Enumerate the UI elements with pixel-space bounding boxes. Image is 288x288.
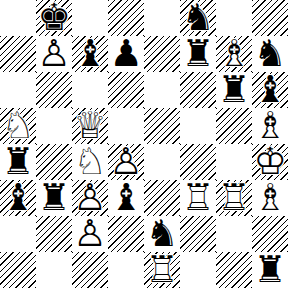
piece-glyph: ♞ — [144, 216, 180, 252]
piece-black-knight-f8[interactable]: ♞ — [180, 0, 216, 36]
piece-black-bishop-h6[interactable]: ♝ — [252, 72, 288, 108]
square-c8[interactable] — [72, 0, 108, 36]
piece-black-rook-a4[interactable]: ♜ — [0, 144, 36, 180]
square-f3[interactable]: ♜♖ — [180, 180, 216, 216]
square-g5[interactable] — [216, 108, 252, 144]
piece-glyph: ♝ — [108, 180, 144, 216]
square-d2[interactable] — [108, 216, 144, 252]
square-a3[interactable]: ♝ — [0, 180, 36, 216]
square-h6[interactable]: ♝ — [252, 72, 288, 108]
square-b1[interactable] — [36, 252, 72, 288]
square-g1[interactable] — [216, 252, 252, 288]
square-d7[interactable]: ♟ — [108, 36, 144, 72]
square-b4[interactable] — [36, 144, 72, 180]
square-a5[interactable]: ♞♘ — [0, 108, 36, 144]
chess-board: ♚♞♟♙♝♟♜♝♗♞♜♝♞♘♛♕♝♗♜♞♘♟♙♚♔♝♜♟♙♝♜♖♜♖♝♗♟♙♞♜… — [0, 0, 288, 288]
piece-black-knight-e2[interactable]: ♞ — [144, 216, 180, 252]
square-c2[interactable]: ♟♙ — [72, 216, 108, 252]
piece-black-bishop-c7[interactable]: ♝ — [72, 36, 108, 72]
square-h7[interactable]: ♞ — [252, 36, 288, 72]
square-b7[interactable]: ♟♙ — [36, 36, 72, 72]
square-h1[interactable]: ♜ — [252, 252, 288, 288]
piece-outline-layer: ♕ — [72, 108, 108, 144]
piece-white-pawn-c3[interactable]: ♟♙ — [72, 180, 108, 216]
square-f4[interactable] — [180, 144, 216, 180]
square-b3[interactable]: ♜ — [36, 180, 72, 216]
square-e1[interactable]: ♜♖ — [144, 252, 180, 288]
piece-white-king-h4[interactable]: ♚♔ — [252, 144, 288, 180]
piece-glyph: ♜ — [180, 36, 216, 72]
square-f1[interactable] — [180, 252, 216, 288]
square-a4[interactable]: ♜ — [0, 144, 36, 180]
piece-black-knight-h7[interactable]: ♞ — [252, 36, 288, 72]
square-g4[interactable] — [216, 144, 252, 180]
square-b2[interactable] — [36, 216, 72, 252]
piece-white-knight-a5[interactable]: ♞♘ — [0, 108, 36, 144]
piece-white-pawn-d4[interactable]: ♟♙ — [108, 144, 144, 180]
square-a1[interactable] — [0, 252, 36, 288]
square-a2[interactable] — [0, 216, 36, 252]
piece-outline-layer: ♘ — [72, 144, 108, 180]
piece-outline-layer: ♖ — [144, 252, 180, 288]
square-e6[interactable] — [144, 72, 180, 108]
square-c3[interactable]: ♟♙ — [72, 180, 108, 216]
square-a8[interactable] — [0, 0, 36, 36]
square-g6[interactable]: ♜ — [216, 72, 252, 108]
square-d6[interactable] — [108, 72, 144, 108]
square-g2[interactable] — [216, 216, 252, 252]
piece-outline-layer: ♗ — [252, 180, 288, 216]
square-f8[interactable]: ♞ — [180, 0, 216, 36]
square-e3[interactable] — [144, 180, 180, 216]
piece-black-rook-f7[interactable]: ♜ — [180, 36, 216, 72]
square-b8[interactable]: ♚ — [36, 0, 72, 36]
square-e7[interactable] — [144, 36, 180, 72]
piece-black-king-b8[interactable]: ♚ — [36, 0, 72, 36]
piece-outline-layer: ♙ — [72, 216, 108, 252]
piece-glyph: ♜ — [252, 252, 288, 288]
square-c1[interactable] — [72, 252, 108, 288]
square-f5[interactable] — [180, 108, 216, 144]
piece-outline-layer: ♖ — [180, 180, 216, 216]
piece-glyph: ♝ — [72, 36, 108, 72]
piece-black-rook-h1[interactable]: ♜ — [252, 252, 288, 288]
square-c6[interactable] — [72, 72, 108, 108]
piece-white-bishop-h3[interactable]: ♝♗ — [252, 180, 288, 216]
piece-black-bishop-a3[interactable]: ♝ — [0, 180, 36, 216]
square-a6[interactable] — [0, 72, 36, 108]
piece-black-rook-b3[interactable]: ♜ — [36, 180, 72, 216]
piece-outline-layer: ♔ — [252, 144, 288, 180]
piece-white-bishop-g7[interactable]: ♝♗ — [216, 36, 252, 72]
square-e4[interactable] — [144, 144, 180, 180]
square-e8[interactable] — [144, 0, 180, 36]
piece-black-bishop-d3[interactable]: ♝ — [108, 180, 144, 216]
square-c5[interactable]: ♛♕ — [72, 108, 108, 144]
piece-glyph: ♞ — [252, 36, 288, 72]
piece-glyph: ♜ — [216, 72, 252, 108]
square-b5[interactable] — [36, 108, 72, 144]
piece-black-rook-g6[interactable]: ♜ — [216, 72, 252, 108]
piece-white-bishop-h5[interactable]: ♝♗ — [252, 108, 288, 144]
piece-glyph: ♞ — [180, 0, 216, 36]
piece-white-rook-f3[interactable]: ♜♖ — [180, 180, 216, 216]
piece-outline-layer: ♙ — [72, 180, 108, 216]
square-a7[interactable] — [0, 36, 36, 72]
square-e2[interactable]: ♞ — [144, 216, 180, 252]
piece-outline-layer: ♙ — [108, 144, 144, 180]
piece-outline-layer: ♙ — [36, 36, 72, 72]
square-c4[interactable]: ♞♘ — [72, 144, 108, 180]
square-d1[interactable] — [108, 252, 144, 288]
piece-glyph: ♟ — [108, 36, 144, 72]
square-g8[interactable] — [216, 0, 252, 36]
square-f2[interactable] — [180, 216, 216, 252]
square-h4[interactable]: ♚♔ — [252, 144, 288, 180]
piece-outline-layer: ♗ — [216, 36, 252, 72]
square-d8[interactable] — [108, 0, 144, 36]
piece-outline-layer: ♘ — [0, 108, 36, 144]
piece-white-knight-c4[interactable]: ♞♘ — [72, 144, 108, 180]
piece-glyph: ♝ — [0, 180, 36, 216]
piece-white-rook-e1[interactable]: ♜♖ — [144, 252, 180, 288]
square-c7[interactable]: ♝ — [72, 36, 108, 72]
square-h5[interactable]: ♝♗ — [252, 108, 288, 144]
square-b6[interactable] — [36, 72, 72, 108]
piece-glyph: ♝ — [252, 72, 288, 108]
piece-glyph: ♜ — [0, 144, 36, 180]
square-h8[interactable] — [252, 0, 288, 36]
square-g3[interactable]: ♜♖ — [216, 180, 252, 216]
piece-white-queen-c5[interactable]: ♛♕ — [72, 108, 108, 144]
square-f6[interactable] — [180, 72, 216, 108]
piece-outline-layer: ♗ — [252, 108, 288, 144]
square-g7[interactable]: ♝♗ — [216, 36, 252, 72]
piece-white-rook-g3[interactable]: ♜♖ — [216, 180, 252, 216]
piece-glyph: ♚ — [36, 0, 72, 36]
square-d5[interactable] — [108, 108, 144, 144]
piece-glyph: ♜ — [36, 180, 72, 216]
square-e5[interactable] — [144, 108, 180, 144]
square-h3[interactable]: ♝♗ — [252, 180, 288, 216]
piece-black-pawn-d7[interactable]: ♟ — [108, 36, 144, 72]
square-h2[interactable] — [252, 216, 288, 252]
square-d3[interactable]: ♝ — [108, 180, 144, 216]
square-f7[interactable]: ♜ — [180, 36, 216, 72]
piece-white-pawn-b7[interactable]: ♟♙ — [36, 36, 72, 72]
square-d4[interactable]: ♟♙ — [108, 144, 144, 180]
piece-outline-layer: ♖ — [216, 180, 252, 216]
piece-white-pawn-c2[interactable]: ♟♙ — [72, 216, 108, 252]
